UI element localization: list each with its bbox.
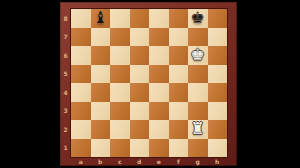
square-g1[interactable] <box>188 139 208 158</box>
chess-board-frame: 87654321 abcdefgh ♝♚♚♜ <box>60 2 237 166</box>
rank-label-5: 5 <box>60 65 71 84</box>
square-h6[interactable] <box>208 46 228 65</box>
rank-label-7: 7 <box>60 28 71 47</box>
square-a1[interactable] <box>71 139 91 158</box>
square-g5[interactable] <box>188 65 208 84</box>
rank-labels: 87654321 <box>60 9 71 157</box>
square-b4[interactable] <box>91 83 111 102</box>
chess-board: ♝♚♚♜ <box>71 9 227 157</box>
square-d3[interactable] <box>130 102 150 121</box>
square-e4[interactable] <box>149 83 169 102</box>
square-g4[interactable] <box>188 83 208 102</box>
square-f6[interactable] <box>169 46 189 65</box>
file-label-h: h <box>208 157 228 166</box>
square-f2[interactable] <box>169 120 189 139</box>
square-c6[interactable] <box>110 46 130 65</box>
file-label-f: f <box>169 157 189 166</box>
file-label-b: b <box>91 157 111 166</box>
square-b2[interactable] <box>91 120 111 139</box>
piece-black-bishop[interactable]: ♝ <box>91 9 111 28</box>
square-b7[interactable] <box>91 28 111 47</box>
square-a8[interactable] <box>71 9 91 28</box>
square-c7[interactable] <box>110 28 130 47</box>
square-g3[interactable] <box>188 102 208 121</box>
square-f3[interactable] <box>169 102 189 121</box>
square-h2[interactable] <box>208 120 228 139</box>
square-d5[interactable] <box>130 65 150 84</box>
square-e2[interactable] <box>149 120 169 139</box>
rank-label-4: 4 <box>60 83 71 102</box>
square-b3[interactable] <box>91 102 111 121</box>
square-f7[interactable] <box>169 28 189 47</box>
file-label-c: c <box>110 157 130 166</box>
square-d2[interactable] <box>130 120 150 139</box>
square-g2[interactable]: ♜ <box>188 120 208 139</box>
square-f8[interactable] <box>169 9 189 28</box>
square-e1[interactable] <box>149 139 169 158</box>
square-g8[interactable]: ♚ <box>188 9 208 28</box>
square-c2[interactable] <box>110 120 130 139</box>
piece-white-rook[interactable]: ♜ <box>188 120 208 139</box>
file-label-e: e <box>149 157 169 166</box>
square-h5[interactable] <box>208 65 228 84</box>
square-h8[interactable] <box>208 9 228 28</box>
square-a5[interactable] <box>71 65 91 84</box>
square-d7[interactable] <box>130 28 150 47</box>
square-c8[interactable] <box>110 9 130 28</box>
square-c3[interactable] <box>110 102 130 121</box>
square-h4[interactable] <box>208 83 228 102</box>
rank-label-6: 6 <box>60 46 71 65</box>
square-c4[interactable] <box>110 83 130 102</box>
square-d8[interactable] <box>130 9 150 28</box>
square-h3[interactable] <box>208 102 228 121</box>
square-f5[interactable] <box>169 65 189 84</box>
square-c1[interactable] <box>110 139 130 158</box>
square-a2[interactable] <box>71 120 91 139</box>
square-d1[interactable] <box>130 139 150 158</box>
piece-white-king[interactable]: ♚ <box>188 46 208 65</box>
square-h7[interactable] <box>208 28 228 47</box>
square-e8[interactable] <box>149 9 169 28</box>
rank-label-2: 2 <box>60 120 71 139</box>
file-label-g: g <box>188 157 208 166</box>
square-h1[interactable] <box>208 139 228 158</box>
square-b6[interactable] <box>91 46 111 65</box>
square-b8[interactable]: ♝ <box>91 9 111 28</box>
square-d6[interactable] <box>130 46 150 65</box>
square-e3[interactable] <box>149 102 169 121</box>
square-b1[interactable] <box>91 139 111 158</box>
square-a7[interactable] <box>71 28 91 47</box>
square-c5[interactable] <box>110 65 130 84</box>
square-f1[interactable] <box>169 139 189 158</box>
square-g7[interactable] <box>188 28 208 47</box>
file-label-a: a <box>71 157 91 166</box>
rank-label-8: 8 <box>60 9 71 28</box>
rank-label-3: 3 <box>60 102 71 121</box>
square-g6[interactable]: ♚ <box>188 46 208 65</box>
square-a4[interactable] <box>71 83 91 102</box>
square-e6[interactable] <box>149 46 169 65</box>
rank-label-1: 1 <box>60 139 71 158</box>
letterbox-background: 87654321 abcdefgh ♝♚♚♜ <box>0 0 300 168</box>
square-e5[interactable] <box>149 65 169 84</box>
square-a6[interactable] <box>71 46 91 65</box>
square-e7[interactable] <box>149 28 169 47</box>
file-label-d: d <box>130 157 150 166</box>
piece-black-king[interactable]: ♚ <box>188 9 208 28</box>
square-b5[interactable] <box>91 65 111 84</box>
square-a3[interactable] <box>71 102 91 121</box>
square-f4[interactable] <box>169 83 189 102</box>
file-labels: abcdefgh <box>71 157 227 166</box>
square-d4[interactable] <box>130 83 150 102</box>
